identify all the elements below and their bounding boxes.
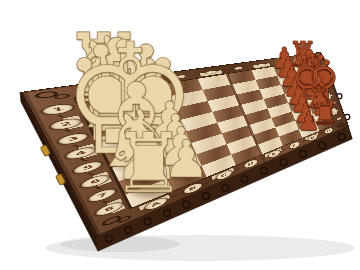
corner-scroll-carving <box>309 53 321 60</box>
carved-flourish: ~ <box>299 139 308 144</box>
border-oval <box>91 86 108 91</box>
border-oval <box>279 60 286 63</box>
carved-flourish: ~ <box>201 178 216 185</box>
corner-scroll-carving <box>31 88 73 103</box>
border-oval <box>325 86 330 89</box>
carved-flourish: ~ <box>316 132 324 137</box>
border-oval <box>315 63 321 66</box>
carved-flourish: ~ <box>279 147 289 152</box>
photo-stage: 1~2~3~4~5~6~7~8A~B~C~D~E~F~G~H ♜♟♟♜♞♟♟♞♝… <box>0 0 360 270</box>
carved-flourish: ~ <box>165 192 183 199</box>
border-oval <box>319 71 325 74</box>
border-oval <box>331 102 336 105</box>
border-oval <box>233 67 242 70</box>
border-oval <box>336 117 341 120</box>
border-oval <box>174 75 186 79</box>
